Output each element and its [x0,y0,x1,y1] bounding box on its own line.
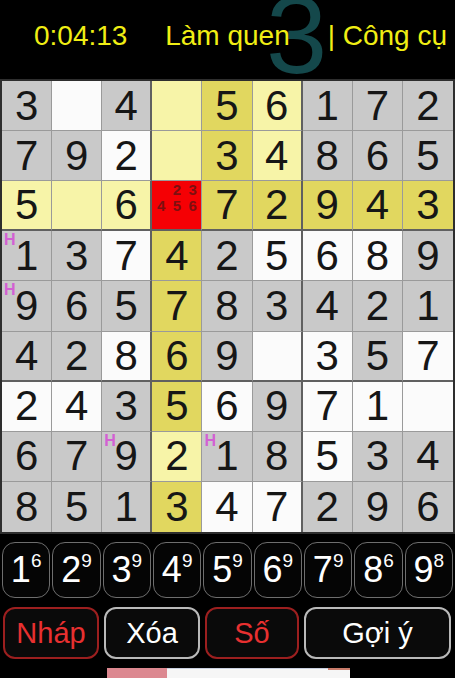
grid-cell-r6c4[interactable]: 6 [152,332,202,382]
cell-value: 1 [416,285,439,327]
cell-value: 3 [165,486,188,528]
grid-cell-r5c9[interactable]: 1 [403,281,453,331]
grid-cell-r9c2[interactable]: 5 [52,482,102,532]
cell-value: 8 [316,135,339,177]
grid-cell-r6c5[interactable]: 9 [202,332,252,382]
grid-cell-r5c2[interactable]: 6 [52,281,102,331]
grid-cell-r8c9[interactable]: 4 [403,432,453,482]
numpad-button-3[interactable]: 39 [103,542,151,598]
cell-value: 6 [15,435,38,477]
grid-cell-r9c7[interactable]: 2 [303,482,353,532]
cell-value: 9 [316,184,339,226]
grid-cell-r8c5[interactable]: H1 [202,432,252,482]
grid-cell-r9c3[interactable]: 1 [102,482,152,532]
grid-cell-r5c3[interactable]: 5 [102,281,152,331]
grid-cell-r8c2[interactable]: 7 [52,432,102,482]
cell-value: 4 [366,184,389,226]
grid-cell-r3c5[interactable]: 7 [202,181,252,231]
cell-value: 7 [366,85,389,127]
hint-marker: H [104,432,116,450]
numpad-count: 6 [31,551,42,570]
cell-value: 9 [115,435,138,477]
grid-cell-r4c4[interactable]: 4 [152,231,202,281]
cell-value: 2 [416,85,439,127]
grid-cell-r2c9[interactable]: 5 [403,131,453,181]
grid-cell-r6c8[interactable]: 5 [353,332,403,382]
grid-cell-r3c3[interactable]: 6 [102,181,152,231]
numpad-digit: 8 [363,552,383,588]
grid-cell-r3c1[interactable]: 5 [2,181,52,231]
numpad-button-5[interactable]: 59 [203,542,251,598]
cell-value: 8 [265,435,288,477]
cell-value: 4 [316,285,339,327]
numpad-count: 9 [132,551,143,570]
grid-cell-r7c4[interactable]: 5 [152,382,202,432]
numpad-digit: 2 [61,552,81,588]
grid-cell-r8c3[interactable]: H9 [102,432,152,482]
cell-value: 5 [165,385,188,427]
grid-cell-r3c4[interactable]: 23456 [152,181,202,231]
grid-cell-r1c2[interactable] [52,81,102,131]
cell-value: 3 [316,335,339,377]
grid-cell-r3c9[interactable]: 3 [403,181,453,231]
cell-value: 7 [215,184,238,226]
numpad-button-9[interactable]: 98 [405,542,453,598]
cell-value: 9 [15,285,38,327]
grid-cell-r6c9[interactable]: 7 [403,332,453,382]
grid-cell-r6c1[interactable]: 4 [2,332,52,382]
cell-value: 4 [215,486,238,528]
grid-cell-r5c6[interactable]: 3 [253,281,303,331]
grid-cell-r1c7[interactable]: 1 [303,81,353,131]
cell-value: 9 [366,486,389,528]
grid-cell-r2c1[interactable]: 7 [2,131,52,181]
cell-value: 5 [115,285,138,327]
number-pad: 162939495969798698 [2,542,453,598]
numpad-digit: 5 [212,552,232,588]
cell-value: 4 [165,235,188,277]
grid-cell-r9c9[interactable]: 6 [403,482,453,532]
ad-banner-right [328,668,350,678]
cell-value: 1 [316,85,339,127]
cell-value: 9 [265,385,288,427]
numpad-digit: 6 [263,552,283,588]
cell-value: 7 [115,235,138,277]
pencil-button[interactable]: Nháp [3,607,99,659]
cell-value: 6 [115,184,138,226]
tools-menu[interactable]: | Công cụ [328,20,447,52]
grid-cell-r1c8[interactable]: 7 [353,81,403,131]
numpad-digit: 3 [112,552,132,588]
ad-banner-left [107,668,167,678]
cell-value: 7 [265,486,288,528]
cell-value: 7 [416,335,439,377]
cell-value: 6 [215,385,238,427]
cell-value: 5 [265,235,288,277]
difficulty-label[interactable]: Làm quen [165,20,290,52]
cell-value: 5 [215,85,238,127]
ad-banner[interactable] [107,668,350,678]
grid-cell-r1c9[interactable]: 2 [403,81,453,131]
hint-marker: H [204,432,216,450]
cell-value: 2 [165,435,188,477]
grid-cell-r8c4[interactable]: 2 [152,432,202,482]
grid-cell-r4c2[interactable]: 3 [52,231,102,281]
cell-value: 6 [366,135,389,177]
number-button[interactable]: Số [205,607,299,659]
cell-value: 1 [15,235,38,277]
grid-cell-r5c5[interactable]: 8 [202,281,252,331]
grid-cell-r4c9[interactable]: 9 [403,231,453,281]
cell-value: 8 [366,235,389,277]
grid-cell-r3c2[interactable] [52,181,102,231]
cell-value: 9 [416,235,439,277]
numpad-digit: 4 [162,552,182,588]
cell-value: 3 [416,184,439,226]
cell-value: 4 [65,385,88,427]
numpad-count: 8 [434,551,445,570]
grid-cell-r2c8[interactable]: 6 [353,131,403,181]
erase-button[interactable]: Xóa [104,607,200,659]
grid-cell-r7c7[interactable]: 7 [303,382,353,432]
grid-cell-r7c2[interactable]: 4 [52,382,102,432]
grid-cell-r6c6[interactable] [253,332,303,382]
grid-cell-r4c6[interactable]: 5 [253,231,303,281]
grid-cell-r8c8[interactable]: 3 [353,432,403,482]
grid-cell-r9c8[interactable]: 9 [353,482,403,532]
grid-cell-r9c5[interactable]: 4 [202,482,252,532]
grid-cell-r2c3[interactable]: 2 [102,131,152,181]
numpad-count: 9 [333,551,344,570]
hint-marker: H [4,231,16,249]
cell-value: 7 [165,285,188,327]
numpad-button-1[interactable]: 16 [2,542,50,598]
grid-cell-r7c8[interactable]: 1 [353,382,403,432]
cell-value: 5 [316,435,339,477]
cell-value: 3 [15,85,38,127]
cell-value: 1 [115,486,138,528]
cell-value: 3 [115,385,138,427]
numpad-button-6[interactable]: 69 [254,542,302,598]
numpad-digit: 7 [313,552,333,588]
grid-cell-r5c4[interactable]: 7 [152,281,202,331]
cell-value: 9 [65,135,88,177]
grid-cell-r9c6[interactable]: 7 [253,482,303,532]
grid-cell-r2c5[interactable]: 3 [202,131,252,181]
cell-value: 5 [416,135,439,177]
cell-value: 1 [215,435,238,477]
cell-value: 9 [215,335,238,377]
grid-cell-r6c7[interactable]: 3 [303,332,353,382]
cell-value: 6 [265,85,288,127]
cell-value: 4 [416,435,439,477]
hint-button[interactable]: Gợi ý [304,607,451,659]
grid-cell-r7c6[interactable]: 9 [253,382,303,432]
cell-value: 2 [215,235,238,277]
grid-cell-r1c1[interactable]: 3 [2,81,52,131]
cell-value: 2 [316,486,339,528]
numpad-count: 9 [232,551,243,570]
cell-value: 6 [165,335,188,377]
top-bar: 3 0:04:13 Làm quen | Công cụ [0,0,455,79]
grid-cell-r9c4[interactable]: 3 [152,482,202,532]
cell-value: 8 [215,285,238,327]
cell-value: 7 [316,385,339,427]
grid-cell-r5c7[interactable]: 4 [303,281,353,331]
grid-cell-r5c8[interactable]: 2 [353,281,403,331]
grid-cell-r7c1[interactable]: 2 [2,382,52,432]
cell-value: 5 [65,486,88,528]
numpad-button-4[interactable]: 49 [153,542,201,598]
grid-cell-r3c7[interactable]: 9 [303,181,353,231]
numpad-count: 9 [182,551,193,570]
grid-cell-r1c4[interactable] [152,81,202,131]
grid-cell-r2c4[interactable] [152,131,202,181]
game-timer: 0:04:13 [34,20,127,52]
grid-cell-r6c2[interactable]: 2 [52,332,102,382]
grid-cell-r5c1[interactable]: H9 [2,281,52,331]
numpad-button-8[interactable]: 86 [354,542,402,598]
grid-cell-r7c9[interactable] [403,382,453,432]
cell-value: 3 [215,135,238,177]
cell-value: 6 [416,486,439,528]
numpad-count: 6 [383,551,394,570]
grid-cell-r1c3[interactable]: 4 [102,81,152,131]
cell-value: 2 [265,184,288,226]
action-bar: NhápXóaSốGợi ý [3,607,453,659]
cell-value: 2 [115,135,138,177]
cell-value: 7 [15,135,38,177]
numpad-digit: 9 [414,552,434,588]
sudoku-app: 3 0:04:13 Làm quen | Công cụ 34561727923… [0,0,455,678]
grid-cell-r7c3[interactable]: 3 [102,382,152,432]
grid-cell-r1c6[interactable]: 6 [253,81,303,131]
grid-cell-r4c8[interactable]: 8 [353,231,403,281]
cell-value: 3 [265,285,288,327]
cell-value: 2 [15,385,38,427]
grid-cell-r8c1[interactable]: 6 [2,432,52,482]
grid-cell-r4c3[interactable]: 7 [102,231,152,281]
cell-value: 1 [366,385,389,427]
pencil-notes: 23456 [153,182,200,228]
cell-value: 3 [366,435,389,477]
cell-value: 7 [65,435,88,477]
cell-value: 4 [115,85,138,127]
grid-cell-r2c7[interactable]: 8 [303,131,353,181]
cell-value: 4 [265,135,288,177]
ad-banner-middle [167,668,328,678]
numpad-digit: 1 [11,552,31,588]
grid-cell-r8c6[interactable]: 8 [253,432,303,482]
numpad-count: 9 [81,551,92,570]
cell-value: 8 [15,486,38,528]
cell-value: 2 [366,285,389,327]
cell-value: 5 [15,184,38,226]
grid-cell-r4c7[interactable]: 6 [303,231,353,281]
cell-value: 3 [65,235,88,277]
grid-cell-r1c5[interactable]: 5 [202,81,252,131]
grid-cell-r8c7[interactable]: 5 [303,432,353,482]
numpad-button-2[interactable]: 29 [52,542,100,598]
grid-cell-r2c6[interactable]: 4 [253,131,303,181]
sudoku-board: 345617279234865562345672943H137425689H96… [0,79,455,534]
cell-value: 6 [316,235,339,277]
cell-value: 4 [15,335,38,377]
grid-cell-r9c1[interactable]: 8 [2,482,52,532]
grid-cell-r3c8[interactable]: 4 [353,181,403,231]
grid-cell-r2c2[interactable]: 9 [52,131,102,181]
grid-cell-r4c5[interactable]: 2 [202,231,252,281]
hint-marker: H [4,281,16,299]
cell-value: 5 [366,335,389,377]
grid-cell-r4c1[interactable]: H1 [2,231,52,281]
cell-value: 6 [65,285,88,327]
numpad-count: 9 [283,551,294,570]
grid-cell-r7c5[interactable]: 6 [202,382,252,432]
numpad-button-7[interactable]: 79 [304,542,352,598]
cell-value: 2 [65,335,88,377]
grid-cell-r3c6[interactable]: 2 [253,181,303,231]
grid-cell-r6c3[interactable]: 8 [102,332,152,382]
cell-value: 8 [115,335,138,377]
